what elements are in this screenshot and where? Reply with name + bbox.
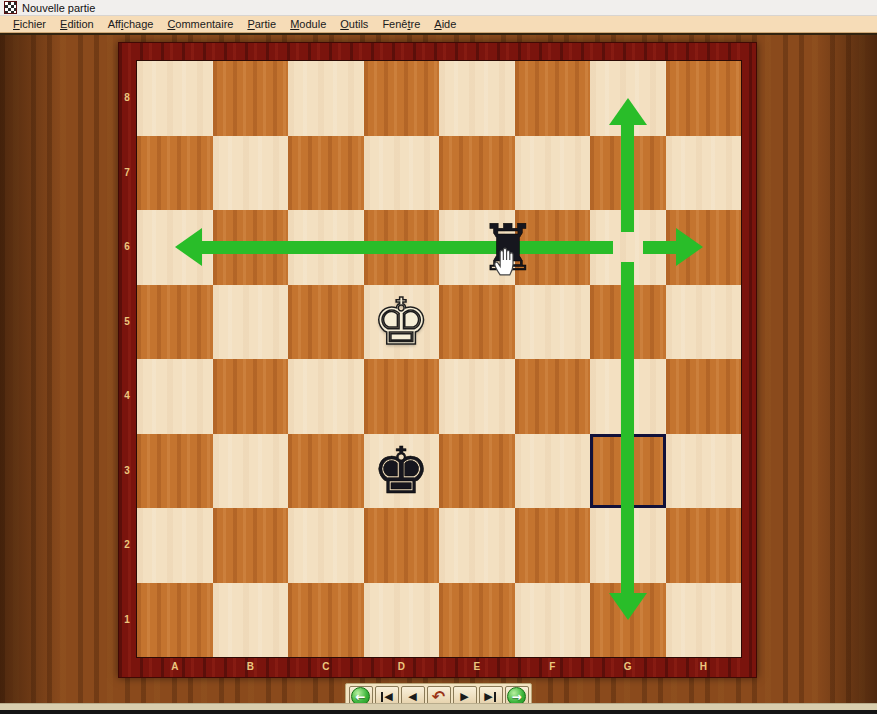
- square-e8[interactable]: [439, 61, 515, 136]
- square-a6[interactable]: [137, 210, 213, 285]
- square-g1[interactable]: [590, 583, 666, 658]
- square-g4[interactable]: [590, 359, 666, 434]
- square-f8[interactable]: [515, 61, 591, 136]
- square-c1[interactable]: [288, 583, 364, 658]
- square-a7[interactable]: [137, 136, 213, 211]
- square-d8[interactable]: [364, 61, 440, 136]
- square-f3[interactable]: [515, 434, 591, 509]
- square-c4[interactable]: [288, 359, 364, 434]
- goto-end-button-icon: ▶: [484, 691, 492, 702]
- square-c3[interactable]: [288, 434, 364, 509]
- square-h3[interactable]: [666, 434, 742, 509]
- square-e2[interactable]: [439, 508, 515, 583]
- piece-white-king[interactable]: ♚: [361, 283, 441, 361]
- square-h8[interactable]: [666, 61, 742, 136]
- menu-aide[interactable]: Aide: [427, 16, 463, 32]
- square-b8[interactable]: [213, 61, 289, 136]
- menu-partie[interactable]: Partie: [240, 16, 283, 32]
- square-g8[interactable]: [590, 61, 666, 136]
- square-g3[interactable]: [590, 434, 666, 509]
- menu-commentaire[interactable]: Commentaire: [160, 16, 240, 32]
- piece-black-king[interactable]: ♚: [361, 432, 441, 510]
- square-b2[interactable]: [213, 508, 289, 583]
- next-game-button-icon: →: [511, 691, 521, 703]
- square-f1[interactable]: [515, 583, 591, 658]
- square-b5[interactable]: [213, 285, 289, 360]
- square-e1[interactable]: [439, 583, 515, 658]
- hand-cursor-icon: [492, 246, 519, 276]
- menu-fichier[interactable]: Fichier: [6, 16, 53, 32]
- main-area: 87654321ABCDEFGH ♚♚♜ ←◀◀↶▶▶→: [0, 33, 877, 714]
- previous-game-button-icon: ←: [355, 691, 365, 703]
- square-a3[interactable]: [137, 434, 213, 509]
- square-a2[interactable]: [137, 508, 213, 583]
- square-b3[interactable]: [213, 434, 289, 509]
- square-g5[interactable]: [590, 285, 666, 360]
- forward-button-icon: ▶: [460, 691, 468, 702]
- square-e7[interactable]: [439, 136, 515, 211]
- square-h2[interactable]: [666, 508, 742, 583]
- square-a8[interactable]: [137, 61, 213, 136]
- square-c2[interactable]: [288, 508, 364, 583]
- square-d6[interactable]: [364, 210, 440, 285]
- square-g2[interactable]: [590, 508, 666, 583]
- square-e4[interactable]: [439, 359, 515, 434]
- bar-glyph: [494, 692, 496, 702]
- square-e5[interactable]: [439, 285, 515, 360]
- bottom-strip: [0, 703, 877, 710]
- square-f5[interactable]: [515, 285, 591, 360]
- bar-glyph: [381, 692, 383, 702]
- square-f7[interactable]: [515, 136, 591, 211]
- menu-outils[interactable]: Outils: [333, 16, 375, 32]
- menu-edition[interactable]: Edition: [53, 16, 101, 32]
- square-h5[interactable]: [666, 285, 742, 360]
- menu-fenetre[interactable]: Fenêtre: [375, 16, 427, 32]
- window-title: Nouvelle partie: [22, 0, 95, 16]
- square-h7[interactable]: [666, 136, 742, 211]
- square-c7[interactable]: [288, 136, 364, 211]
- window-bottom-edge: [0, 710, 877, 714]
- square-d1[interactable]: [364, 583, 440, 658]
- menu-module[interactable]: Module: [283, 16, 333, 32]
- goto-start-button-icon: ◀: [384, 691, 392, 702]
- back-button-icon: ◀: [408, 691, 416, 702]
- square-g7[interactable]: [590, 136, 666, 211]
- square-h6[interactable]: [666, 210, 742, 285]
- square-d7[interactable]: [364, 136, 440, 211]
- square-e3[interactable]: [439, 434, 515, 509]
- menu-bar: FichierEditionAffichageCommentairePartie…: [0, 16, 877, 33]
- square-a1[interactable]: [137, 583, 213, 658]
- square-c8[interactable]: [288, 61, 364, 136]
- square-d4[interactable]: [364, 359, 440, 434]
- square-f2[interactable]: [515, 508, 591, 583]
- square-f4[interactable]: [515, 359, 591, 434]
- square-c5[interactable]: [288, 285, 364, 360]
- chessboard-icon: [4, 1, 17, 14]
- square-g6[interactable]: [590, 210, 666, 285]
- square-h4[interactable]: [666, 359, 742, 434]
- square-b1[interactable]: [213, 583, 289, 658]
- square-b4[interactable]: [213, 359, 289, 434]
- square-c6[interactable]: [288, 210, 364, 285]
- square-a5[interactable]: [137, 285, 213, 360]
- square-d2[interactable]: [364, 508, 440, 583]
- square-a4[interactable]: [137, 359, 213, 434]
- square-b7[interactable]: [213, 136, 289, 211]
- menu-affichage[interactable]: Affichage: [101, 16, 161, 32]
- square-h1[interactable]: [666, 583, 742, 658]
- application-window: Nouvelle partie FichierEditionAffichageC…: [0, 0, 877, 714]
- title-bar: Nouvelle partie: [0, 0, 877, 16]
- square-b6[interactable]: [213, 210, 289, 285]
